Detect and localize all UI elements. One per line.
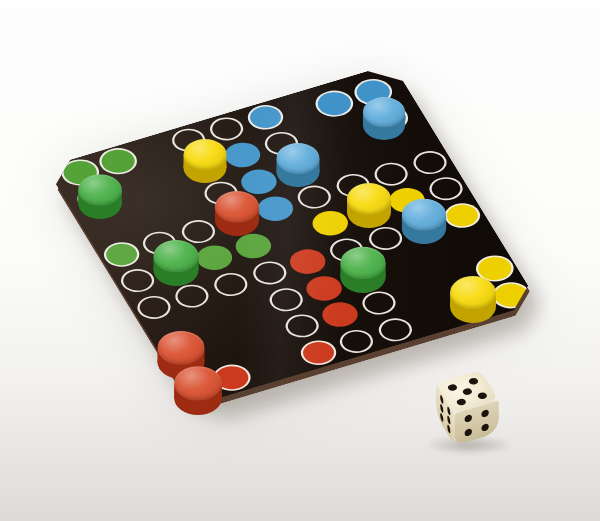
die-pip [468, 377, 480, 385]
pawn-top-face [340, 247, 385, 280]
pawn-yellow[interactable] [183, 139, 226, 183]
pawn-red[interactable] [174, 366, 222, 415]
pawn-top-face [183, 139, 226, 170]
pieces-layer [0, 0, 600, 521]
pawn-red[interactable] [215, 191, 259, 236]
pawn-blue[interactable] [402, 198, 446, 243]
pawn-green[interactable] [78, 174, 122, 219]
pawn-yellow[interactable] [450, 276, 496, 323]
die-pip [455, 398, 467, 406]
pawn-top-face [277, 143, 320, 174]
die-pip [446, 383, 458, 391]
die-pip [482, 423, 489, 432]
pawn-top-face [78, 174, 122, 205]
pawn-blue[interactable] [363, 97, 405, 140]
die-pip [464, 414, 471, 423]
pawn-green[interactable] [154, 240, 199, 286]
die-pip [464, 428, 471, 437]
die-pip [482, 409, 489, 418]
die-pip [477, 392, 489, 400]
pawn-top-face [402, 198, 446, 230]
photo-scene [0, 0, 600, 521]
pawn-yellow[interactable] [347, 184, 391, 229]
pawn-top-face [154, 240, 199, 272]
pawn-top-face [174, 366, 222, 400]
pawn-blue[interactable] [277, 143, 320, 187]
die-pip [461, 387, 473, 395]
pawn-green[interactable] [340, 247, 385, 293]
pawn-top-face [363, 97, 405, 127]
